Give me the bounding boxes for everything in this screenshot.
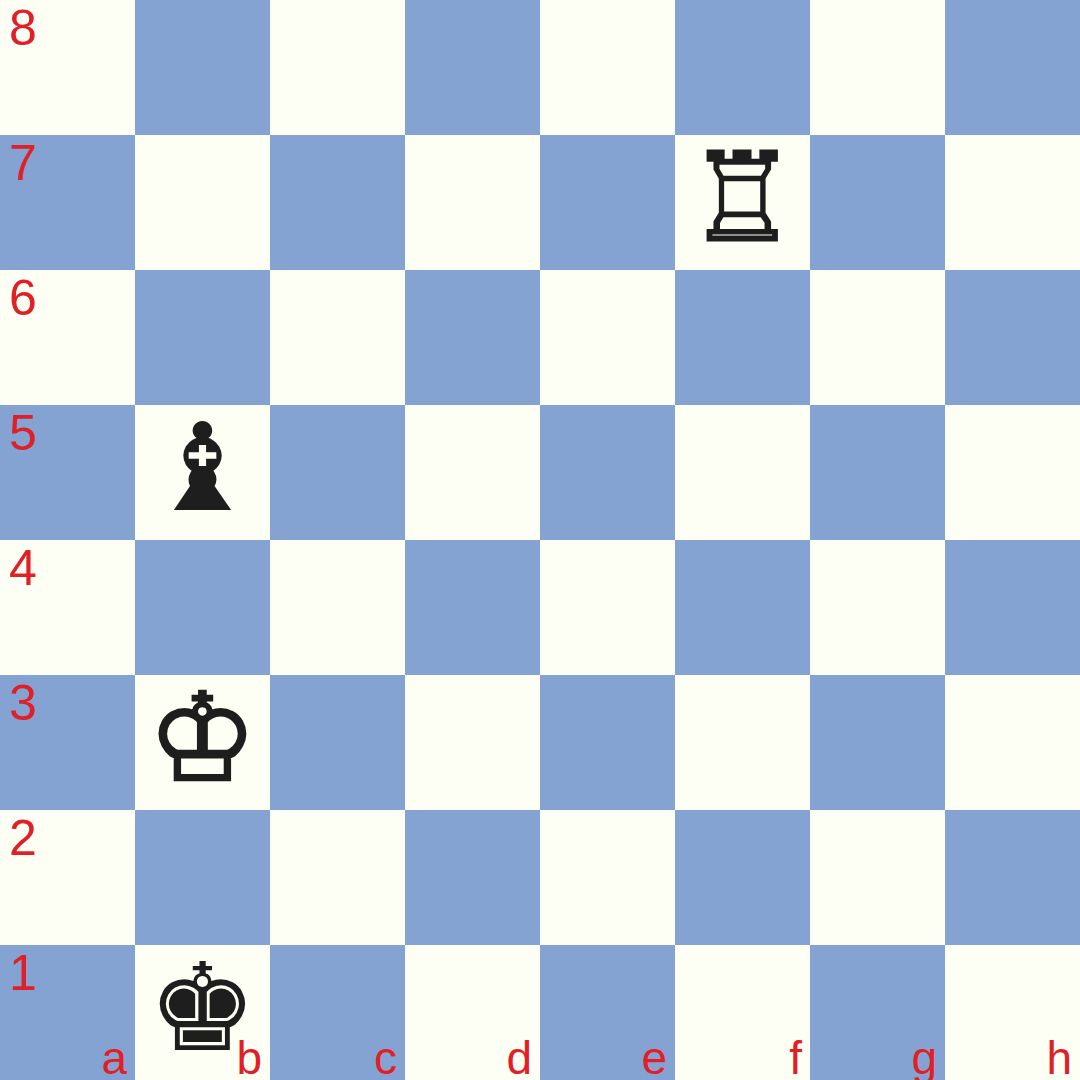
- square-d6[interactable]: [405, 270, 540, 405]
- square-g4[interactable]: [810, 540, 945, 675]
- square-a8[interactable]: 8: [0, 0, 135, 135]
- square-f4[interactable]: [675, 540, 810, 675]
- square-d1[interactable]: d: [405, 945, 540, 1080]
- file-label-a: a: [101, 1034, 127, 1080]
- square-c5[interactable]: [270, 405, 405, 540]
- square-f1[interactable]: f: [675, 945, 810, 1080]
- square-a5[interactable]: 5: [0, 405, 135, 540]
- square-e3[interactable]: [540, 675, 675, 810]
- square-d4[interactable]: [405, 540, 540, 675]
- file-label-b: b: [236, 1034, 262, 1080]
- square-g8[interactable]: [810, 0, 945, 135]
- square-f3[interactable]: [675, 675, 810, 810]
- file-label-f: f: [789, 1034, 802, 1080]
- square-g5[interactable]: [810, 405, 945, 540]
- square-b8[interactable]: [135, 0, 270, 135]
- square-f6[interactable]: [675, 270, 810, 405]
- square-d5[interactable]: [405, 405, 540, 540]
- square-b2[interactable]: [135, 810, 270, 945]
- file-label-c: c: [374, 1034, 397, 1080]
- square-d7[interactable]: [405, 135, 540, 270]
- square-c7[interactable]: [270, 135, 405, 270]
- square-g2[interactable]: [810, 810, 945, 945]
- rank-label-2: 2: [9, 812, 37, 864]
- square-f2[interactable]: [675, 810, 810, 945]
- square-e1[interactable]: e: [540, 945, 675, 1080]
- square-a6[interactable]: 6: [0, 270, 135, 405]
- square-c6[interactable]: [270, 270, 405, 405]
- square-a1[interactable]: 1a: [0, 945, 135, 1080]
- square-a3[interactable]: 3: [0, 675, 135, 810]
- piece-white-king[interactable]: ♔: [148, 671, 257, 806]
- square-c3[interactable]: [270, 675, 405, 810]
- rank-label-6: 6: [9, 272, 37, 324]
- square-e5[interactable]: [540, 405, 675, 540]
- square-h4[interactable]: [945, 540, 1080, 675]
- square-c1[interactable]: c: [270, 945, 405, 1080]
- square-b7[interactable]: [135, 135, 270, 270]
- rank-label-3: 3: [9, 677, 37, 729]
- square-f8[interactable]: [675, 0, 810, 135]
- square-b3[interactable]: ♔: [135, 675, 270, 810]
- chess-board: 87♖65♝43♔21ab♚cdefgh: [0, 0, 1080, 1080]
- square-h2[interactable]: [945, 810, 1080, 945]
- square-a2[interactable]: 2: [0, 810, 135, 945]
- square-d8[interactable]: [405, 0, 540, 135]
- square-c4[interactable]: [270, 540, 405, 675]
- square-h7[interactable]: [945, 135, 1080, 270]
- square-b1[interactable]: b♚: [135, 945, 270, 1080]
- square-c8[interactable]: [270, 0, 405, 135]
- square-f5[interactable]: [675, 405, 810, 540]
- file-label-d: d: [506, 1034, 532, 1080]
- rank-label-7: 7: [9, 137, 37, 189]
- rank-label-5: 5: [9, 407, 37, 459]
- piece-black-bishop[interactable]: ♝: [148, 401, 257, 536]
- square-b6[interactable]: [135, 270, 270, 405]
- square-b5[interactable]: ♝: [135, 405, 270, 540]
- square-a7[interactable]: 7: [0, 135, 135, 270]
- square-h1[interactable]: h: [945, 945, 1080, 1080]
- square-b4[interactable]: [135, 540, 270, 675]
- piece-white-rook[interactable]: ♖: [688, 131, 797, 266]
- file-label-h: h: [1046, 1034, 1072, 1080]
- square-g6[interactable]: [810, 270, 945, 405]
- square-c2[interactable]: [270, 810, 405, 945]
- rank-label-1: 1: [9, 947, 37, 999]
- rank-label-4: 4: [9, 542, 37, 594]
- file-label-g: g: [911, 1034, 937, 1080]
- square-f7[interactable]: ♖: [675, 135, 810, 270]
- square-h8[interactable]: [945, 0, 1080, 135]
- square-e7[interactable]: [540, 135, 675, 270]
- square-d3[interactable]: [405, 675, 540, 810]
- square-g1[interactable]: g: [810, 945, 945, 1080]
- file-label-e: e: [641, 1034, 667, 1080]
- square-a4[interactable]: 4: [0, 540, 135, 675]
- square-e4[interactable]: [540, 540, 675, 675]
- square-h3[interactable]: [945, 675, 1080, 810]
- square-e6[interactable]: [540, 270, 675, 405]
- square-d2[interactable]: [405, 810, 540, 945]
- square-h5[interactable]: [945, 405, 1080, 540]
- square-g3[interactable]: [810, 675, 945, 810]
- square-e2[interactable]: [540, 810, 675, 945]
- square-h6[interactable]: [945, 270, 1080, 405]
- rank-label-8: 8: [9, 2, 37, 54]
- square-g7[interactable]: [810, 135, 945, 270]
- square-e8[interactable]: [540, 0, 675, 135]
